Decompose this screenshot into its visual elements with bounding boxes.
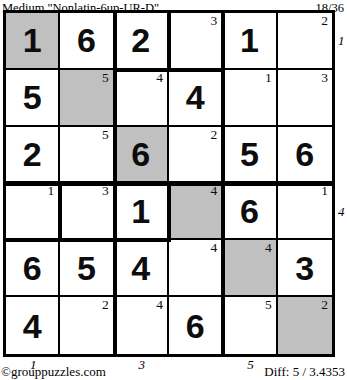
solved-digit: 3: [295, 251, 314, 285]
cell-r4c4[interactable]: 4: [169, 183, 223, 240]
cell-r6c1[interactable]: 4: [6, 297, 60, 354]
cell-r1c2[interactable]: 6: [60, 13, 114, 70]
pencil-clue: 3: [102, 183, 109, 199]
solved-digit: 6: [295, 137, 314, 171]
cell-r6c6[interactable]: 2: [278, 297, 332, 354]
cell-r2c6[interactable]: 3: [278, 70, 332, 127]
pencil-clue: 4: [156, 297, 163, 313]
row-label-1: 1: [338, 33, 345, 49]
copyright-text: ©grouppuzzles.com: [1, 364, 106, 380]
puzzle-board: 162312554413256256131461654443424652: [3, 10, 335, 357]
pencil-clue: 2: [102, 297, 109, 313]
cell-r5c2[interactable]: 5: [60, 240, 114, 297]
cell-r4c1[interactable]: 1: [6, 183, 60, 240]
cell-r6c4[interactable]: 6: [169, 297, 223, 354]
cell-r2c5[interactable]: 1: [223, 70, 277, 127]
thick-border-segment: [167, 13, 171, 72]
col-label-5: 5: [244, 357, 258, 373]
cell-r1c6[interactable]: 2: [278, 13, 332, 70]
solved-digit: 6: [77, 23, 96, 57]
pencil-clue: 4: [211, 240, 218, 256]
cell-r6c5[interactable]: 5: [223, 297, 277, 354]
solved-digit: 1: [240, 23, 259, 57]
cell-r1c3[interactable]: 2: [115, 13, 169, 70]
cell-r5c3[interactable]: 4: [115, 240, 169, 297]
col-label-3: 3: [135, 357, 149, 373]
cell-r6c3[interactable]: 4: [115, 297, 169, 354]
solved-digit: 4: [23, 309, 42, 343]
cell-r4c6[interactable]: 1: [278, 183, 332, 240]
row-label-4: 4: [338, 204, 345, 220]
pencil-clue: 3: [211, 13, 218, 29]
difficulty-text: Diff: 5 / 3.4353: [264, 364, 345, 380]
cell-r4c5[interactable]: 6: [223, 183, 277, 240]
cell-r3c5[interactable]: 5: [223, 127, 277, 184]
solved-digit: 1: [23, 23, 42, 57]
cell-r3c2[interactable]: 5: [60, 127, 114, 184]
pencil-clue: 2: [321, 297, 328, 313]
cell-r5c6[interactable]: 3: [278, 240, 332, 297]
solved-digit: 6: [23, 251, 42, 285]
solved-digit: 4: [186, 80, 205, 114]
solved-digit: 5: [77, 251, 96, 285]
solved-digit: 6: [186, 309, 205, 343]
thick-border-segment: [113, 68, 226, 72]
solved-digit: 4: [131, 251, 150, 285]
cell-r3c3[interactable]: 6: [115, 127, 169, 184]
cell-r3c6[interactable]: 6: [278, 127, 332, 184]
cell-r2c3[interactable]: 4: [115, 70, 169, 127]
thick-border-segment: [167, 182, 171, 243]
cell-r5c5[interactable]: 4: [223, 240, 277, 297]
pencil-clue: 1: [48, 183, 55, 199]
puzzle-page: { "game": "NonLatin 6x6 latin-square puz…: [0, 0, 347, 380]
pencil-clue: 4: [265, 240, 272, 256]
pencil-clue: 2: [321, 13, 328, 29]
pencil-clue: 5: [102, 70, 109, 86]
pencil-clue: 4: [156, 70, 163, 86]
cell-r1c1[interactable]: 1: [6, 13, 60, 70]
cell-r1c4[interactable]: 3: [169, 13, 223, 70]
thick-border-segment: [6, 182, 332, 186]
solved-digit: 6: [240, 194, 259, 228]
cell-r3c4[interactable]: 2: [169, 127, 223, 184]
solved-digit: 2: [131, 23, 150, 57]
solved-digit: 5: [240, 137, 259, 171]
pencil-clue: 1: [265, 70, 272, 86]
thick-border-segment: [6, 238, 171, 242]
solved-digit: 5: [23, 80, 42, 114]
solved-digit: 6: [131, 137, 150, 171]
pencil-clue: 3: [321, 70, 328, 86]
cell-r2c4[interactable]: 4: [169, 70, 223, 127]
pencil-clue: 1: [321, 183, 328, 199]
cell-r3c1[interactable]: 2: [6, 127, 60, 184]
solved-digit: 2: [23, 137, 42, 171]
pencil-clue: 2: [211, 127, 218, 143]
pencil-clue: 4: [211, 183, 218, 199]
cell-r6c2[interactable]: 2: [60, 297, 114, 354]
solved-digit: 1: [131, 194, 150, 228]
cell-r1c5[interactable]: 1: [223, 13, 277, 70]
cell-r5c1[interactable]: 6: [6, 240, 60, 297]
cell-r4c2[interactable]: 3: [60, 183, 114, 240]
pencil-clue: 5: [102, 127, 109, 143]
cell-r2c1[interactable]: 5: [6, 70, 60, 127]
pencil-clue: 5: [265, 297, 272, 313]
cell-r5c4[interactable]: 4: [169, 240, 223, 297]
cell-r2c2[interactable]: 5: [60, 70, 114, 127]
cell-r4c3[interactable]: 1: [115, 183, 169, 240]
thick-border-segment: [58, 182, 62, 243]
